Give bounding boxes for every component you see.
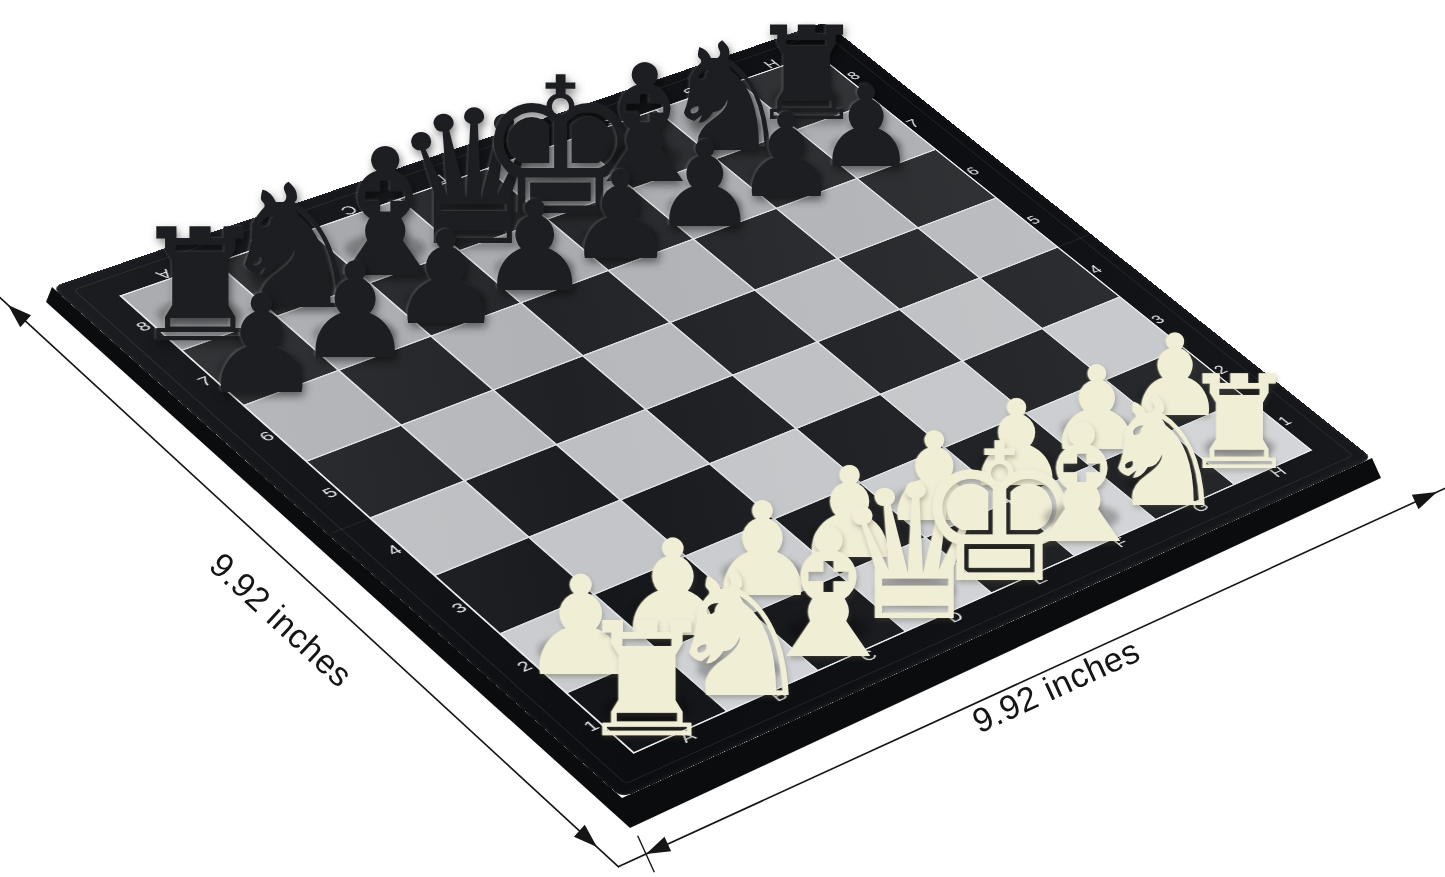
dimension-left-arrow-start	[8, 305, 31, 327]
product-photo: AABBCCDDEEFFGGHH8877665544332211 9.92 in…	[0, 0, 1445, 877]
dimension-bottom-arrow-end	[1412, 492, 1437, 509]
dimension-label-left: 9.92 inches	[202, 545, 360, 695]
dimension-bottom-tick	[638, 836, 655, 872]
dimension-bottom-arrow-start	[646, 837, 671, 854]
dimension-label-bottom: 9.92 inches	[966, 631, 1145, 741]
chess-board: AABBCCDDEEFFGGHH8877665544332211	[52, 22, 1372, 798]
dimension-left-arrow-end	[574, 825, 597, 847]
